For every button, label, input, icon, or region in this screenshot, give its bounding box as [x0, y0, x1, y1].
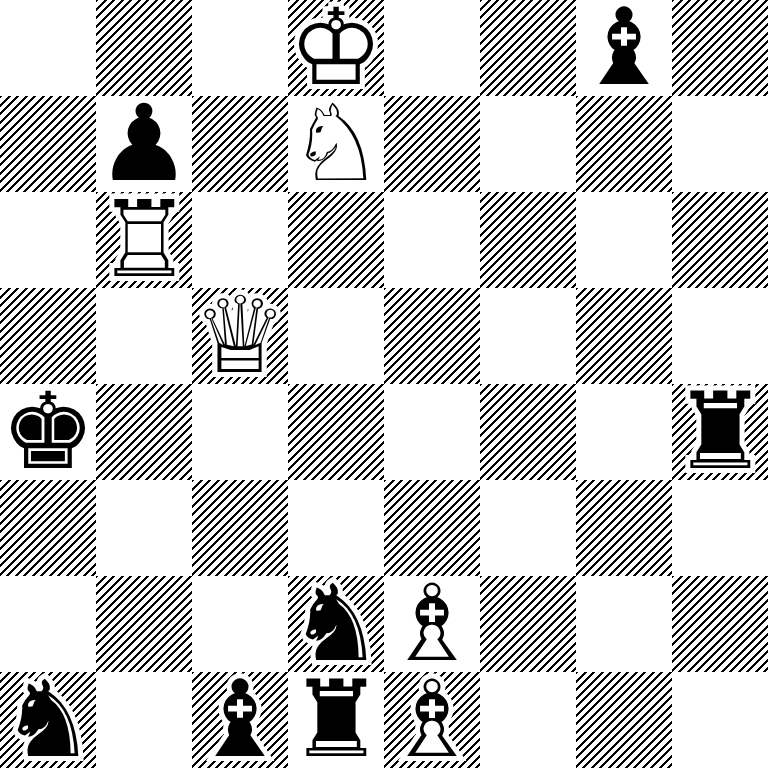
square-d6[interactable] [288, 192, 384, 288]
square-b6[interactable]: ♜♖ [96, 192, 192, 288]
piece-glyph: ♜ [672, 384, 768, 480]
piece-white-king[interactable]: ♚♔ [288, 0, 384, 96]
square-d4[interactable] [288, 384, 384, 480]
square-g3[interactable] [576, 480, 672, 576]
square-g2[interactable] [576, 576, 672, 672]
piece-white-bishop[interactable]: ♝♗ [384, 672, 480, 768]
square-a5[interactable] [0, 288, 96, 384]
piece-glyph: ♖ [96, 192, 192, 288]
square-c2[interactable] [192, 576, 288, 672]
square-b2[interactable] [96, 576, 192, 672]
chessboard: ♚♔♝♝♟♟♞♘♜♖♛♕♚♚♜♜♞♞♝♗♞♞♝♝♜♜♝♗ [0, 0, 768, 768]
square-f7[interactable] [480, 96, 576, 192]
piece-white-bishop[interactable]: ♝♗ [384, 576, 480, 672]
piece-glyph: ♝ [576, 0, 672, 96]
square-e6[interactable] [384, 192, 480, 288]
square-c7[interactable] [192, 96, 288, 192]
piece-white-queen[interactable]: ♛♕ [192, 288, 288, 384]
piece-glyph: ♔ [288, 0, 384, 96]
square-e5[interactable] [384, 288, 480, 384]
piece-black-knight[interactable]: ♞♞ [0, 672, 96, 768]
square-h7[interactable] [672, 96, 768, 192]
piece-glyph: ♞ [288, 576, 384, 672]
square-g5[interactable] [576, 288, 672, 384]
square-g8[interactable]: ♝♝ [576, 0, 672, 96]
piece-black-rook[interactable]: ♜♜ [672, 384, 768, 480]
square-c6[interactable] [192, 192, 288, 288]
square-a7[interactable] [0, 96, 96, 192]
square-e7[interactable] [384, 96, 480, 192]
piece-glyph: ♕ [192, 288, 288, 384]
piece-glyph: ♞ [0, 672, 96, 768]
square-d3[interactable] [288, 480, 384, 576]
square-h6[interactable] [672, 192, 768, 288]
square-f2[interactable] [480, 576, 576, 672]
piece-glyph: ♘ [288, 96, 384, 192]
piece-white-knight[interactable]: ♞♘ [288, 96, 384, 192]
square-a4[interactable]: ♚♚ [0, 384, 96, 480]
square-c8[interactable] [192, 0, 288, 96]
square-d7[interactable]: ♞♘ [288, 96, 384, 192]
square-g6[interactable] [576, 192, 672, 288]
square-d2[interactable]: ♞♞ [288, 576, 384, 672]
piece-black-bishop[interactable]: ♝♝ [192, 672, 288, 768]
square-e1[interactable]: ♝♗ [384, 672, 480, 768]
square-h1[interactable] [672, 672, 768, 768]
square-d5[interactable] [288, 288, 384, 384]
piece-black-knight[interactable]: ♞♞ [288, 576, 384, 672]
piece-black-pawn[interactable]: ♟♟ [96, 96, 192, 192]
square-f3[interactable] [480, 480, 576, 576]
square-b5[interactable] [96, 288, 192, 384]
square-d1[interactable]: ♜♜ [288, 672, 384, 768]
square-a2[interactable] [0, 576, 96, 672]
square-a3[interactable] [0, 480, 96, 576]
square-b3[interactable] [96, 480, 192, 576]
piece-glyph: ♚ [0, 384, 96, 480]
square-c4[interactable] [192, 384, 288, 480]
piece-black-bishop[interactable]: ♝♝ [576, 0, 672, 96]
square-c5[interactable]: ♛♕ [192, 288, 288, 384]
square-c3[interactable] [192, 480, 288, 576]
square-e8[interactable] [384, 0, 480, 96]
square-a8[interactable] [0, 0, 96, 96]
square-d8[interactable]: ♚♔ [288, 0, 384, 96]
square-e4[interactable] [384, 384, 480, 480]
piece-glyph: ♝ [192, 672, 288, 768]
square-b8[interactable] [96, 0, 192, 96]
piece-glyph: ♟ [96, 96, 192, 192]
piece-glyph: ♗ [384, 672, 480, 768]
square-b4[interactable] [96, 384, 192, 480]
square-h2[interactable] [672, 576, 768, 672]
square-g1[interactable] [576, 672, 672, 768]
square-f5[interactable] [480, 288, 576, 384]
square-e3[interactable] [384, 480, 480, 576]
square-h5[interactable] [672, 288, 768, 384]
square-h3[interactable] [672, 480, 768, 576]
piece-glyph: ♜ [288, 672, 384, 768]
square-b1[interactable] [96, 672, 192, 768]
square-h8[interactable] [672, 0, 768, 96]
piece-black-king[interactable]: ♚♚ [0, 384, 96, 480]
piece-black-rook[interactable]: ♜♜ [288, 672, 384, 768]
square-h4[interactable]: ♜♜ [672, 384, 768, 480]
piece-glyph: ♗ [384, 576, 480, 672]
square-a1[interactable]: ♞♞ [0, 672, 96, 768]
square-f6[interactable] [480, 192, 576, 288]
piece-white-rook[interactable]: ♜♖ [96, 192, 192, 288]
square-g4[interactable] [576, 384, 672, 480]
square-f4[interactable] [480, 384, 576, 480]
square-c1[interactable]: ♝♝ [192, 672, 288, 768]
square-b7[interactable]: ♟♟ [96, 96, 192, 192]
square-f1[interactable] [480, 672, 576, 768]
square-g7[interactable] [576, 96, 672, 192]
square-f8[interactable] [480, 0, 576, 96]
square-e2[interactable]: ♝♗ [384, 576, 480, 672]
square-a6[interactable] [0, 192, 96, 288]
